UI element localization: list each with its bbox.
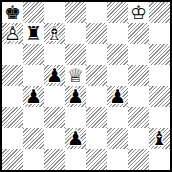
piece-halo: ♚ <box>128 2 149 23</box>
square-b4[interactable]: ♟♟ <box>23 86 44 107</box>
square-c3[interactable] <box>44 107 65 128</box>
square-a2[interactable] <box>2 128 23 149</box>
square-b6[interactable] <box>23 44 44 65</box>
piece-halo: ♟ <box>65 128 86 149</box>
square-c4[interactable] <box>44 86 65 107</box>
square-d6[interactable] <box>65 44 86 65</box>
square-g8[interactable]: ♚♔ <box>128 2 149 23</box>
square-c7[interactable]: ♝♗ <box>44 23 65 44</box>
square-g7[interactable] <box>128 23 149 44</box>
piece-white-pawn: ♙ <box>2 23 23 44</box>
piece-halo: ♜ <box>23 23 44 44</box>
piece-halo: ♟ <box>23 86 44 107</box>
square-e1[interactable] <box>86 149 107 170</box>
square-c5[interactable]: ♟♟ <box>44 65 65 86</box>
square-b3[interactable] <box>23 107 44 128</box>
square-a8[interactable]: ♚♚ <box>2 2 23 23</box>
square-h5[interactable] <box>149 65 170 86</box>
square-e7[interactable] <box>86 23 107 44</box>
square-g2[interactable] <box>128 128 149 149</box>
square-h8[interactable] <box>149 2 170 23</box>
square-g4[interactable] <box>128 86 149 107</box>
square-b1[interactable] <box>23 149 44 170</box>
square-d8[interactable] <box>65 2 86 23</box>
square-b2[interactable] <box>23 128 44 149</box>
piece-black-pawn: ♟ <box>65 86 86 107</box>
square-g6[interactable] <box>128 44 149 65</box>
square-h3[interactable] <box>149 107 170 128</box>
square-e3[interactable] <box>86 107 107 128</box>
piece-black-pawn: ♟ <box>23 86 44 107</box>
square-f7[interactable] <box>107 23 128 44</box>
square-f5[interactable] <box>107 65 128 86</box>
piece-black-bishop: ♝ <box>149 128 170 149</box>
square-a6[interactable] <box>2 44 23 65</box>
piece-black-king: ♚ <box>2 2 23 23</box>
piece-halo: ♛ <box>65 65 86 86</box>
piece-halo: ♝ <box>44 23 65 44</box>
square-d1[interactable] <box>65 149 86 170</box>
square-g1[interactable] <box>128 149 149 170</box>
square-e4[interactable] <box>86 86 107 107</box>
square-f8[interactable] <box>107 2 128 23</box>
square-d2[interactable]: ♟♟ <box>65 128 86 149</box>
square-e2[interactable] <box>86 128 107 149</box>
square-h4[interactable] <box>149 86 170 107</box>
square-f1[interactable] <box>107 149 128 170</box>
piece-halo: ♟ <box>107 86 128 107</box>
piece-black-rook: ♜ <box>23 23 44 44</box>
square-d4[interactable]: ♟♟ <box>65 86 86 107</box>
piece-halo: ♚ <box>2 2 23 23</box>
square-a1[interactable] <box>2 149 23 170</box>
square-c1[interactable] <box>44 149 65 170</box>
piece-white-bishop: ♗ <box>44 23 65 44</box>
square-c8[interactable] <box>44 2 65 23</box>
square-f6[interactable] <box>107 44 128 65</box>
piece-halo: ♝ <box>149 128 170 149</box>
square-c2[interactable] <box>44 128 65 149</box>
piece-halo: ♟ <box>44 65 65 86</box>
square-a4[interactable] <box>2 86 23 107</box>
piece-black-pawn: ♟ <box>65 128 86 149</box>
square-f2[interactable] <box>107 128 128 149</box>
piece-black-pawn: ♟ <box>107 86 128 107</box>
square-e6[interactable] <box>86 44 107 65</box>
square-a3[interactable] <box>2 107 23 128</box>
piece-white-queen: ♕ <box>65 65 86 86</box>
square-b7[interactable]: ♜♜ <box>23 23 44 44</box>
square-e8[interactable] <box>86 2 107 23</box>
square-c6[interactable] <box>44 44 65 65</box>
piece-halo: ♟ <box>2 23 23 44</box>
square-h7[interactable] <box>149 23 170 44</box>
piece-white-king: ♔ <box>128 2 149 23</box>
square-d5[interactable]: ♛♕ <box>65 65 86 86</box>
square-f3[interactable] <box>107 107 128 128</box>
square-e5[interactable] <box>86 65 107 86</box>
square-h1[interactable] <box>149 149 170 170</box>
chess-board: ♚♚♚♔♟♙♜♜♝♗♟♟♛♕♟♟♟♟♟♟♟♟♝♝ <box>0 0 172 172</box>
square-b8[interactable] <box>23 2 44 23</box>
square-h2[interactable]: ♝♝ <box>149 128 170 149</box>
piece-black-pawn: ♟ <box>44 65 65 86</box>
square-d3[interactable] <box>65 107 86 128</box>
square-g5[interactable] <box>128 65 149 86</box>
square-h6[interactable] <box>149 44 170 65</box>
square-d7[interactable] <box>65 23 86 44</box>
square-g3[interactable] <box>128 107 149 128</box>
square-a7[interactable]: ♟♙ <box>2 23 23 44</box>
square-f4[interactable]: ♟♟ <box>107 86 128 107</box>
square-a5[interactable] <box>2 65 23 86</box>
piece-halo: ♟ <box>65 86 86 107</box>
square-b5[interactable] <box>23 65 44 86</box>
